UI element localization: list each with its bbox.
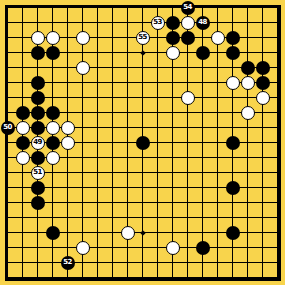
- intersection-12-11[interactable]: [165, 150, 180, 165]
- intersection-14-4[interactable]: [195, 45, 210, 60]
- intersection-15-6[interactable]: [210, 75, 225, 90]
- intersection-19-9[interactable]: [270, 120, 285, 135]
- intersection-2-6[interactable]: [15, 75, 30, 90]
- intersection-19-17[interactable]: [270, 240, 285, 255]
- intersection-12-10[interactable]: [165, 135, 180, 150]
- intersection-12-7[interactable]: [165, 90, 180, 105]
- intersection-3-6[interactable]: [30, 75, 45, 90]
- intersection-4-1[interactable]: [45, 0, 60, 15]
- intersection-9-19[interactable]: [120, 270, 135, 285]
- intersection-17-13[interactable]: [240, 180, 255, 195]
- intersection-15-15[interactable]: [210, 210, 225, 225]
- intersection-12-18[interactable]: [165, 255, 180, 270]
- intersection-19-14[interactable]: [270, 195, 285, 210]
- intersection-7-11[interactable]: [90, 150, 105, 165]
- intersection-8-3[interactable]: [105, 30, 120, 45]
- intersection-4-12[interactable]: [45, 165, 60, 180]
- intersection-7-19[interactable]: [90, 270, 105, 285]
- intersection-15-18[interactable]: [210, 255, 225, 270]
- intersection-4-5[interactable]: [45, 60, 60, 75]
- intersection-15-19[interactable]: [210, 270, 225, 285]
- intersection-16-18[interactable]: [225, 255, 240, 270]
- intersection-19-2[interactable]: [270, 15, 285, 30]
- intersection-4-9[interactable]: [45, 120, 60, 135]
- intersection-2-14[interactable]: [15, 195, 30, 210]
- intersection-10-4[interactable]: [135, 45, 150, 60]
- intersection-18-18[interactable]: [255, 255, 270, 270]
- intersection-9-10[interactable]: [120, 135, 135, 150]
- intersection-13-4[interactable]: [180, 45, 195, 60]
- intersection-7-5[interactable]: [90, 60, 105, 75]
- intersection-3-12[interactable]: 51: [30, 165, 45, 180]
- intersection-16-8[interactable]: [225, 105, 240, 120]
- intersection-10-19[interactable]: [135, 270, 150, 285]
- intersection-1-1[interactable]: [0, 0, 15, 15]
- intersection-18-3[interactable]: [255, 30, 270, 45]
- intersection-10-1[interactable]: [135, 0, 150, 15]
- intersection-5-5[interactable]: [60, 60, 75, 75]
- intersection-19-11[interactable]: [270, 150, 285, 165]
- intersection-7-4[interactable]: [90, 45, 105, 60]
- intersection-2-16[interactable]: [15, 225, 30, 240]
- intersection-11-9[interactable]: [150, 120, 165, 135]
- intersection-2-17[interactable]: [15, 240, 30, 255]
- intersection-9-16[interactable]: [120, 225, 135, 240]
- intersection-18-14[interactable]: [255, 195, 270, 210]
- intersection-17-12[interactable]: [240, 165, 255, 180]
- intersection-1-19[interactable]: [0, 270, 15, 285]
- intersection-5-12[interactable]: [60, 165, 75, 180]
- intersection-19-16[interactable]: [270, 225, 285, 240]
- intersection-16-2[interactable]: [225, 15, 240, 30]
- intersection-3-9[interactable]: [30, 120, 45, 135]
- intersection-5-9[interactable]: [60, 120, 75, 135]
- intersection-10-16[interactable]: [135, 225, 150, 240]
- intersection-18-16[interactable]: [255, 225, 270, 240]
- intersection-6-5[interactable]: [75, 60, 90, 75]
- intersection-4-18[interactable]: [45, 255, 60, 270]
- intersection-1-13[interactable]: [0, 180, 15, 195]
- intersection-8-15[interactable]: [105, 210, 120, 225]
- intersection-9-11[interactable]: [120, 150, 135, 165]
- intersection-1-6[interactable]: [0, 75, 15, 90]
- intersection-13-8[interactable]: [180, 105, 195, 120]
- intersection-11-7[interactable]: [150, 90, 165, 105]
- intersection-10-3[interactable]: 55: [135, 30, 150, 45]
- intersection-6-7[interactable]: [75, 90, 90, 105]
- intersection-3-7[interactable]: [30, 90, 45, 105]
- intersection-6-1[interactable]: [75, 0, 90, 15]
- intersection-5-2[interactable]: [60, 15, 75, 30]
- intersection-5-19[interactable]: [60, 270, 75, 285]
- intersection-7-18[interactable]: [90, 255, 105, 270]
- intersection-11-10[interactable]: [150, 135, 165, 150]
- intersection-6-19[interactable]: [75, 270, 90, 285]
- intersection-12-15[interactable]: [165, 210, 180, 225]
- intersection-7-16[interactable]: [90, 225, 105, 240]
- intersection-13-6[interactable]: [180, 75, 195, 90]
- intersection-10-10[interactable]: [135, 135, 150, 150]
- intersection-17-2[interactable]: [240, 15, 255, 30]
- intersection-11-11[interactable]: [150, 150, 165, 165]
- intersection-3-3[interactable]: [30, 30, 45, 45]
- intersection-13-9[interactable]: [180, 120, 195, 135]
- intersection-7-15[interactable]: [90, 210, 105, 225]
- intersection-15-12[interactable]: [210, 165, 225, 180]
- intersection-18-12[interactable]: [255, 165, 270, 180]
- intersection-5-4[interactable]: [60, 45, 75, 60]
- intersection-3-8[interactable]: [30, 105, 45, 120]
- intersection-3-10[interactable]: 49: [30, 135, 45, 150]
- intersection-17-10[interactable]: [240, 135, 255, 150]
- intersection-7-2[interactable]: [90, 15, 105, 30]
- intersection-3-5[interactable]: [30, 60, 45, 75]
- intersection-7-8[interactable]: [90, 105, 105, 120]
- intersection-16-11[interactable]: [225, 150, 240, 165]
- intersection-7-12[interactable]: [90, 165, 105, 180]
- intersection-12-3[interactable]: [165, 30, 180, 45]
- intersection-6-18[interactable]: [75, 255, 90, 270]
- intersection-13-3[interactable]: [180, 30, 195, 45]
- intersection-3-17[interactable]: [30, 240, 45, 255]
- intersection-13-2[interactable]: [180, 15, 195, 30]
- intersection-6-9[interactable]: [75, 120, 90, 135]
- intersection-2-9[interactable]: [15, 120, 30, 135]
- intersection-18-8[interactable]: [255, 105, 270, 120]
- intersection-1-4[interactable]: [0, 45, 15, 60]
- intersection-1-3[interactable]: [0, 30, 15, 45]
- intersection-14-12[interactable]: [195, 165, 210, 180]
- intersection-8-4[interactable]: [105, 45, 120, 60]
- intersection-6-8[interactable]: [75, 105, 90, 120]
- intersection-12-6[interactable]: [165, 75, 180, 90]
- intersection-7-3[interactable]: [90, 30, 105, 45]
- intersection-5-10[interactable]: [60, 135, 75, 150]
- intersection-12-2[interactable]: [165, 15, 180, 30]
- intersection-15-3[interactable]: [210, 30, 225, 45]
- intersection-9-3[interactable]: [120, 30, 135, 45]
- intersection-10-12[interactable]: [135, 165, 150, 180]
- intersection-16-13[interactable]: [225, 180, 240, 195]
- intersection-2-2[interactable]: [15, 15, 30, 30]
- intersection-14-6[interactable]: [195, 75, 210, 90]
- intersection-18-10[interactable]: [255, 135, 270, 150]
- intersection-18-7[interactable]: [255, 90, 270, 105]
- intersection-6-12[interactable]: [75, 165, 90, 180]
- intersection-9-8[interactable]: [120, 105, 135, 120]
- intersection-11-12[interactable]: [150, 165, 165, 180]
- intersection-13-17[interactable]: [180, 240, 195, 255]
- intersection-1-10[interactable]: [0, 135, 15, 150]
- intersection-13-14[interactable]: [180, 195, 195, 210]
- intersection-8-6[interactable]: [105, 75, 120, 90]
- intersection-4-7[interactable]: [45, 90, 60, 105]
- intersection-7-14[interactable]: [90, 195, 105, 210]
- intersection-12-12[interactable]: [165, 165, 180, 180]
- intersection-16-7[interactable]: [225, 90, 240, 105]
- intersection-11-3[interactable]: [150, 30, 165, 45]
- intersection-6-13[interactable]: [75, 180, 90, 195]
- intersection-17-16[interactable]: [240, 225, 255, 240]
- intersection-6-14[interactable]: [75, 195, 90, 210]
- intersection-17-1[interactable]: [240, 0, 255, 15]
- intersection-18-2[interactable]: [255, 15, 270, 30]
- intersection-15-5[interactable]: [210, 60, 225, 75]
- intersection-19-10[interactable]: [270, 135, 285, 150]
- intersection-1-17[interactable]: [0, 240, 15, 255]
- intersection-6-3[interactable]: [75, 30, 90, 45]
- intersection-15-14[interactable]: [210, 195, 225, 210]
- intersection-18-15[interactable]: [255, 210, 270, 225]
- intersection-10-14[interactable]: [135, 195, 150, 210]
- intersection-15-9[interactable]: [210, 120, 225, 135]
- intersection-2-7[interactable]: [15, 90, 30, 105]
- intersection-6-15[interactable]: [75, 210, 90, 225]
- intersection-5-14[interactable]: [60, 195, 75, 210]
- intersection-3-11[interactable]: [30, 150, 45, 165]
- intersection-2-10[interactable]: [15, 135, 30, 150]
- intersection-14-5[interactable]: [195, 60, 210, 75]
- intersection-1-9[interactable]: 50: [0, 120, 15, 135]
- intersection-14-13[interactable]: [195, 180, 210, 195]
- intersection-7-17[interactable]: [90, 240, 105, 255]
- intersection-12-5[interactable]: [165, 60, 180, 75]
- intersection-16-6[interactable]: [225, 75, 240, 90]
- intersection-5-11[interactable]: [60, 150, 75, 165]
- intersection-16-5[interactable]: [225, 60, 240, 75]
- intersection-14-16[interactable]: [195, 225, 210, 240]
- intersection-10-8[interactable]: [135, 105, 150, 120]
- intersection-18-13[interactable]: [255, 180, 270, 195]
- intersection-10-18[interactable]: [135, 255, 150, 270]
- intersection-11-13[interactable]: [150, 180, 165, 195]
- intersection-16-3[interactable]: [225, 30, 240, 45]
- intersection-17-6[interactable]: [240, 75, 255, 90]
- intersection-17-5[interactable]: [240, 60, 255, 75]
- intersection-14-7[interactable]: [195, 90, 210, 105]
- intersection-9-14[interactable]: [120, 195, 135, 210]
- intersection-12-8[interactable]: [165, 105, 180, 120]
- intersection-14-8[interactable]: [195, 105, 210, 120]
- intersection-14-15[interactable]: [195, 210, 210, 225]
- intersection-6-2[interactable]: [75, 15, 90, 30]
- intersection-16-16[interactable]: [225, 225, 240, 240]
- intersection-12-17[interactable]: [165, 240, 180, 255]
- intersection-6-6[interactable]: [75, 75, 90, 90]
- intersection-1-18[interactable]: [0, 255, 15, 270]
- intersection-8-5[interactable]: [105, 60, 120, 75]
- intersection-9-18[interactable]: [120, 255, 135, 270]
- intersection-8-13[interactable]: [105, 180, 120, 195]
- intersection-17-4[interactable]: [240, 45, 255, 60]
- intersection-8-9[interactable]: [105, 120, 120, 135]
- intersection-4-11[interactable]: [45, 150, 60, 165]
- intersection-4-4[interactable]: [45, 45, 60, 60]
- intersection-14-14[interactable]: [195, 195, 210, 210]
- intersection-3-2[interactable]: [30, 15, 45, 30]
- intersection-11-14[interactable]: [150, 195, 165, 210]
- intersection-10-6[interactable]: [135, 75, 150, 90]
- intersection-9-15[interactable]: [120, 210, 135, 225]
- intersection-8-19[interactable]: [105, 270, 120, 285]
- intersection-11-15[interactable]: [150, 210, 165, 225]
- intersection-15-13[interactable]: [210, 180, 225, 195]
- intersection-4-17[interactable]: [45, 240, 60, 255]
- intersection-10-11[interactable]: [135, 150, 150, 165]
- intersection-4-8[interactable]: [45, 105, 60, 120]
- intersection-12-16[interactable]: [165, 225, 180, 240]
- intersection-4-19[interactable]: [45, 270, 60, 285]
- intersection-11-2[interactable]: 53: [150, 15, 165, 30]
- intersection-19-12[interactable]: [270, 165, 285, 180]
- intersection-2-5[interactable]: [15, 60, 30, 75]
- intersection-9-9[interactable]: [120, 120, 135, 135]
- intersection-13-13[interactable]: [180, 180, 195, 195]
- intersection-2-1[interactable]: [15, 0, 30, 15]
- intersection-13-12[interactable]: [180, 165, 195, 180]
- intersection-17-19[interactable]: [240, 270, 255, 285]
- intersection-16-15[interactable]: [225, 210, 240, 225]
- intersection-15-17[interactable]: [210, 240, 225, 255]
- intersection-14-17[interactable]: [195, 240, 210, 255]
- intersection-6-16[interactable]: [75, 225, 90, 240]
- intersection-18-11[interactable]: [255, 150, 270, 165]
- intersection-8-17[interactable]: [105, 240, 120, 255]
- intersection-17-17[interactable]: [240, 240, 255, 255]
- intersection-5-17[interactable]: [60, 240, 75, 255]
- intersection-7-6[interactable]: [90, 75, 105, 90]
- intersection-13-5[interactable]: [180, 60, 195, 75]
- intersection-19-5[interactable]: [270, 60, 285, 75]
- intersection-9-7[interactable]: [120, 90, 135, 105]
- intersection-2-13[interactable]: [15, 180, 30, 195]
- intersection-14-18[interactable]: [195, 255, 210, 270]
- intersection-5-16[interactable]: [60, 225, 75, 240]
- intersection-8-18[interactable]: [105, 255, 120, 270]
- intersection-5-6[interactable]: [60, 75, 75, 90]
- intersection-14-1[interactable]: [195, 0, 210, 15]
- intersection-15-11[interactable]: [210, 150, 225, 165]
- intersection-5-8[interactable]: [60, 105, 75, 120]
- intersection-8-2[interactable]: [105, 15, 120, 30]
- intersection-19-4[interactable]: [270, 45, 285, 60]
- intersection-5-1[interactable]: [60, 0, 75, 15]
- intersection-11-6[interactable]: [150, 75, 165, 90]
- intersection-12-19[interactable]: [165, 270, 180, 285]
- intersection-4-3[interactable]: [45, 30, 60, 45]
- intersection-18-1[interactable]: [255, 0, 270, 15]
- intersection-19-1[interactable]: [270, 0, 285, 15]
- intersection-2-3[interactable]: [15, 30, 30, 45]
- intersection-10-15[interactable]: [135, 210, 150, 225]
- intersection-16-12[interactable]: [225, 165, 240, 180]
- intersection-1-5[interactable]: [0, 60, 15, 75]
- intersection-7-13[interactable]: [90, 180, 105, 195]
- intersection-9-6[interactable]: [120, 75, 135, 90]
- intersection-1-11[interactable]: [0, 150, 15, 165]
- intersection-9-12[interactable]: [120, 165, 135, 180]
- intersection-3-4[interactable]: [30, 45, 45, 60]
- intersection-13-11[interactable]: [180, 150, 195, 165]
- intersection-9-1[interactable]: [120, 0, 135, 15]
- intersection-9-4[interactable]: [120, 45, 135, 60]
- intersection-14-10[interactable]: [195, 135, 210, 150]
- intersection-4-14[interactable]: [45, 195, 60, 210]
- intersection-14-3[interactable]: [195, 30, 210, 45]
- intersection-6-17[interactable]: [75, 240, 90, 255]
- intersection-17-15[interactable]: [240, 210, 255, 225]
- intersection-4-13[interactable]: [45, 180, 60, 195]
- intersection-19-8[interactable]: [270, 105, 285, 120]
- intersection-18-9[interactable]: [255, 120, 270, 135]
- intersection-6-11[interactable]: [75, 150, 90, 165]
- intersection-10-2[interactable]: [135, 15, 150, 30]
- intersection-10-9[interactable]: [135, 120, 150, 135]
- intersection-8-1[interactable]: [105, 0, 120, 15]
- intersection-11-16[interactable]: [150, 225, 165, 240]
- intersection-16-17[interactable]: [225, 240, 240, 255]
- intersection-2-18[interactable]: [15, 255, 30, 270]
- intersection-16-10[interactable]: [225, 135, 240, 150]
- intersection-17-11[interactable]: [240, 150, 255, 165]
- intersection-19-3[interactable]: [270, 30, 285, 45]
- intersection-13-16[interactable]: [180, 225, 195, 240]
- intersection-7-1[interactable]: [90, 0, 105, 15]
- intersection-1-8[interactable]: [0, 105, 15, 120]
- intersection-17-8[interactable]: [240, 105, 255, 120]
- intersection-6-10[interactable]: [75, 135, 90, 150]
- intersection-16-14[interactable]: [225, 195, 240, 210]
- intersection-15-1[interactable]: [210, 0, 225, 15]
- intersection-12-9[interactable]: [165, 120, 180, 135]
- intersection-8-8[interactable]: [105, 105, 120, 120]
- intersection-10-13[interactable]: [135, 180, 150, 195]
- intersection-9-5[interactable]: [120, 60, 135, 75]
- intersection-8-7[interactable]: [105, 90, 120, 105]
- intersection-16-4[interactable]: [225, 45, 240, 60]
- intersection-15-16[interactable]: [210, 225, 225, 240]
- intersection-2-11[interactable]: [15, 150, 30, 165]
- intersection-13-15[interactable]: [180, 210, 195, 225]
- intersection-3-19[interactable]: [30, 270, 45, 285]
- intersection-11-17[interactable]: [150, 240, 165, 255]
- intersection-7-10[interactable]: [90, 135, 105, 150]
- intersection-1-2[interactable]: [0, 15, 15, 30]
- intersection-3-1[interactable]: [30, 0, 45, 15]
- intersection-14-2[interactable]: 48: [195, 15, 210, 30]
- intersection-19-15[interactable]: [270, 210, 285, 225]
- intersection-19-7[interactable]: [270, 90, 285, 105]
- intersection-15-8[interactable]: [210, 105, 225, 120]
- intersection-4-15[interactable]: [45, 210, 60, 225]
- intersection-1-7[interactable]: [0, 90, 15, 105]
- intersection-11-1[interactable]: [150, 0, 165, 15]
- intersection-11-4[interactable]: [150, 45, 165, 60]
- intersection-3-18[interactable]: [30, 255, 45, 270]
- intersection-4-6[interactable]: [45, 75, 60, 90]
- intersection-2-15[interactable]: [15, 210, 30, 225]
- intersection-18-19[interactable]: [255, 270, 270, 285]
- intersection-17-14[interactable]: [240, 195, 255, 210]
- intersection-12-4[interactable]: [165, 45, 180, 60]
- intersection-13-18[interactable]: [180, 255, 195, 270]
- intersection-2-19[interactable]: [15, 270, 30, 285]
- intersection-7-7[interactable]: [90, 90, 105, 105]
- intersection-19-19[interactable]: [270, 270, 285, 285]
- intersection-4-2[interactable]: [45, 15, 60, 30]
- intersection-14-19[interactable]: [195, 270, 210, 285]
- intersection-1-15[interactable]: [0, 210, 15, 225]
